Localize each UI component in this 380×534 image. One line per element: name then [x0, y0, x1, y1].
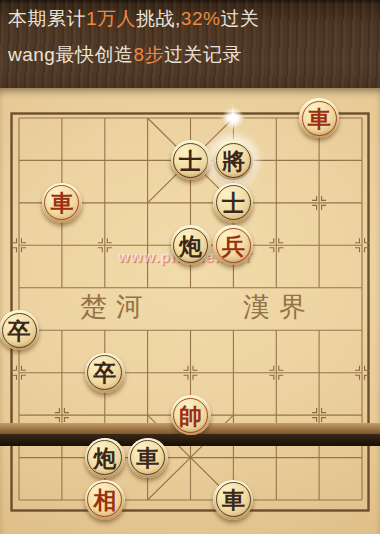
piece-black-車[interactable]: 車 [213, 480, 253, 520]
xiangqi-game-screen: 本期累计1万人挑战,32%过关 wang最快创造8步过关记录 [0, 0, 380, 534]
piece-character: 卒 [0, 310, 39, 350]
piece-character: 士 [213, 183, 253, 223]
piece-black-炮[interactable]: 炮 [171, 225, 211, 265]
piece-black-士[interactable]: 士 [171, 140, 211, 180]
piece-black-車[interactable]: 車 [128, 438, 168, 478]
piece-character: 車 [128, 438, 168, 478]
piece-black-將[interactable]: 將 [213, 140, 253, 180]
piece-character: 帥 [171, 395, 211, 435]
piece-red-帥[interactable]: 帥 [171, 395, 211, 435]
piece-black-炮[interactable]: 炮 [85, 438, 125, 478]
piece-character: 兵 [213, 225, 253, 265]
piece-black-卒[interactable]: 卒 [85, 353, 125, 393]
piece-red-兵[interactable]: 兵 [213, 225, 253, 265]
piece-character: 相 [85, 480, 125, 520]
piece-character: 將 [213, 140, 253, 180]
piece-character: 車 [42, 183, 82, 223]
piece-character: 卒 [85, 353, 125, 393]
piece-red-車[interactable]: 車 [42, 183, 82, 223]
piece-character: 士 [171, 140, 211, 180]
piece-black-卒[interactable]: 卒 [0, 310, 39, 350]
pieces-layer: 車士將車士炮兵卒卒帥炮車相車 [0, 0, 380, 534]
piece-character: 車 [299, 98, 339, 138]
piece-character: 炮 [171, 225, 211, 265]
piece-red-車[interactable]: 車 [299, 98, 339, 138]
piece-character: 車 [213, 480, 253, 520]
piece-character: 炮 [85, 438, 125, 478]
piece-red-相[interactable]: 相 [85, 480, 125, 520]
piece-black-士[interactable]: 士 [213, 183, 253, 223]
